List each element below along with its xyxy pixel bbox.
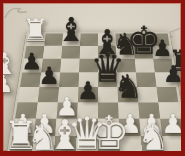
square-d4[interactable]: ♟	[78, 87, 98, 102]
square-c8[interactable]: ♝	[62, 34, 80, 46]
square-c6[interactable]	[60, 59, 79, 73]
square-a8[interactable]: ♜	[26, 34, 45, 46]
piece-white-knight-g1[interactable]: ♞	[137, 121, 169, 155]
square-b1[interactable]: ♞	[32, 136, 56, 155]
piece-white-rook-a8[interactable]: ♜	[21, 16, 49, 46]
square-d1[interactable]: ♛	[76, 136, 98, 155]
square-c7[interactable]	[61, 46, 80, 59]
chess-game-window: ♜♝♝♞♚♟♟♟♛♟♞♟♟♟♟♟♟♜♞♝♛♚♞ ♝♟ ♜♟	[0, 0, 185, 156]
piece-black-pawn-b5[interactable]: ♟	[38, 64, 60, 87]
piece-white-knight-b1[interactable]: ♞	[27, 121, 59, 155]
captured-black-pawn: ♟	[163, 63, 184, 86]
square-f4[interactable]: ♞	[118, 87, 139, 102]
piece-black-knight-f4[interactable]: ♞	[114, 72, 143, 103]
chess-board: ♜♝♝♞♚♟♟♟♛♟♞♟♟♟♟♟♟♜♞♝♛♚♞	[7, 32, 185, 156]
square-b7[interactable]	[43, 46, 62, 59]
square-g7[interactable]: ♚	[134, 46, 153, 59]
piece-black-pawn-d4[interactable]: ♟	[77, 79, 99, 102]
square-a4[interactable]	[18, 87, 40, 102]
square-h4[interactable]	[157, 87, 179, 102]
piece-white-queen-d1[interactable]: ♛	[67, 113, 107, 155]
piece-black-bishop-c8[interactable]: ♝	[56, 15, 86, 46]
square-b5[interactable]: ♟	[40, 72, 61, 87]
captured-white-pawn: ♟	[0, 72, 14, 96]
square-g1[interactable]: ♞	[141, 136, 165, 155]
